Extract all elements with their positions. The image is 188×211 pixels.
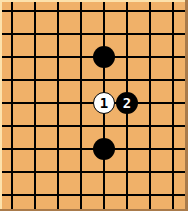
board-intersection xyxy=(116,115,139,138)
board-image-edge-left xyxy=(0,0,2,211)
board-intersection xyxy=(70,138,93,161)
board-intersection xyxy=(24,0,47,23)
board-intersection xyxy=(70,92,93,115)
board-intersection xyxy=(139,138,162,161)
board-intersection xyxy=(93,0,116,23)
board-intersection xyxy=(1,138,24,161)
board-intersection xyxy=(93,69,116,92)
move-number-label: 2 xyxy=(123,96,131,110)
board-intersection xyxy=(47,23,70,46)
board-intersection xyxy=(162,23,185,46)
board-intersection xyxy=(162,92,185,115)
black-stone-move-2: 2 xyxy=(116,92,138,114)
board-intersection: 2 xyxy=(116,92,139,115)
board-image-edge-right xyxy=(185,0,188,211)
board-intersection xyxy=(162,138,185,161)
board-intersection xyxy=(1,161,24,184)
board-intersection xyxy=(1,115,24,138)
board-intersection xyxy=(162,184,185,207)
board-intersection xyxy=(24,161,47,184)
board-image-edge-top xyxy=(0,0,188,2)
black-stone xyxy=(93,138,115,160)
board-intersection xyxy=(162,69,185,92)
board-intersection xyxy=(1,184,24,207)
board-intersection xyxy=(93,115,116,138)
board-intersection xyxy=(47,184,70,207)
board-intersection xyxy=(139,115,162,138)
board-intersection xyxy=(24,115,47,138)
board-intersection: 1 xyxy=(93,92,116,115)
board-intersection xyxy=(116,23,139,46)
board-intersection xyxy=(24,184,47,207)
board-intersection xyxy=(24,69,47,92)
board-image-edge-bottom xyxy=(0,209,188,211)
board-intersection xyxy=(1,23,24,46)
board-intersection xyxy=(93,23,116,46)
board-intersection xyxy=(93,184,116,207)
board-intersection xyxy=(47,161,70,184)
board-intersection xyxy=(70,0,93,23)
board-intersection xyxy=(116,184,139,207)
white-stone-move-1: 1 xyxy=(93,92,115,114)
board-intersection xyxy=(139,46,162,69)
board-intersection xyxy=(116,138,139,161)
board-intersection xyxy=(70,23,93,46)
board-intersection xyxy=(24,23,47,46)
board-intersection xyxy=(70,161,93,184)
board-intersection xyxy=(47,138,70,161)
board-intersection xyxy=(139,184,162,207)
move-number-label: 1 xyxy=(100,96,108,110)
board-intersection xyxy=(1,92,24,115)
board-intersection xyxy=(1,0,24,23)
board-intersection xyxy=(93,161,116,184)
go-board-diagram: 12 xyxy=(0,0,188,211)
board-grid: 12 xyxy=(1,0,185,207)
board-intersection xyxy=(1,46,24,69)
board-intersection xyxy=(139,92,162,115)
board-intersection xyxy=(47,0,70,23)
board-intersection xyxy=(139,69,162,92)
board-intersection xyxy=(47,115,70,138)
board-intersection xyxy=(47,69,70,92)
board-intersection xyxy=(139,0,162,23)
board-intersection xyxy=(70,115,93,138)
board-intersection xyxy=(24,46,47,69)
board-intersection xyxy=(47,46,70,69)
board-intersection xyxy=(162,115,185,138)
board-intersection xyxy=(70,46,93,69)
board-intersection xyxy=(93,46,116,69)
board-intersection xyxy=(24,92,47,115)
board-intersection xyxy=(70,184,93,207)
black-stone xyxy=(93,46,115,68)
board-intersection xyxy=(116,46,139,69)
board-intersection xyxy=(162,161,185,184)
board-intersection xyxy=(116,69,139,92)
board-intersection xyxy=(93,138,116,161)
board-intersection xyxy=(24,138,47,161)
board-intersection xyxy=(70,69,93,92)
board-intersection xyxy=(162,46,185,69)
board-intersection xyxy=(116,161,139,184)
board-intersection xyxy=(139,23,162,46)
board-intersection xyxy=(47,92,70,115)
board-intersection xyxy=(139,161,162,184)
board-intersection xyxy=(1,69,24,92)
board-intersection xyxy=(116,0,139,23)
board-intersection xyxy=(162,0,185,23)
